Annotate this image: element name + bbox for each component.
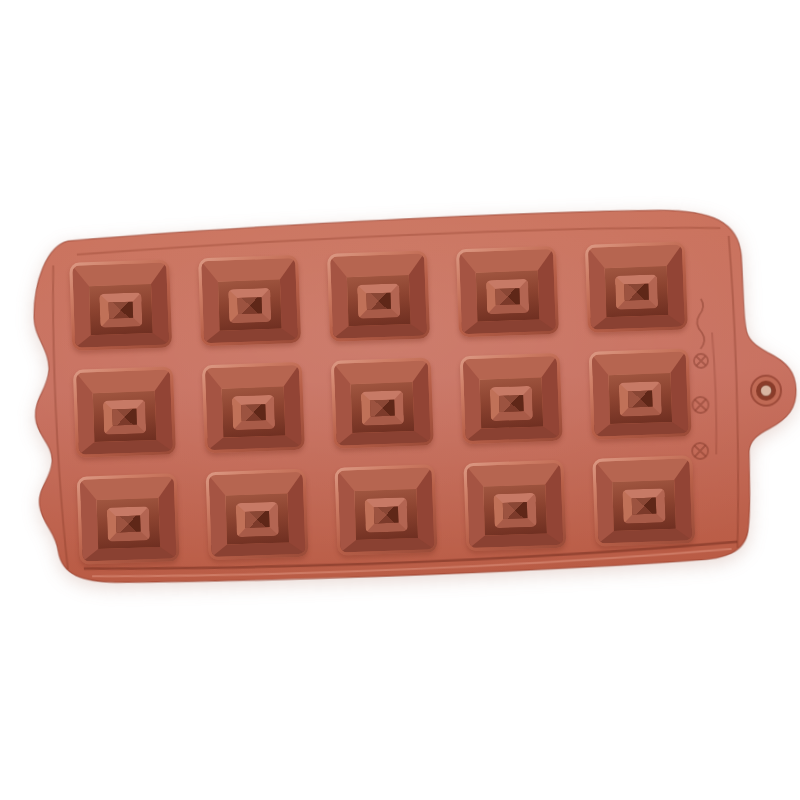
cavity-floor	[608, 373, 672, 424]
cavity-pyramid-stud	[628, 390, 653, 407]
cavity-ring	[232, 394, 275, 429]
cavity-walls	[459, 249, 556, 334]
cavity-ring	[357, 283, 400, 318]
cavity-walls	[595, 458, 692, 543]
eyelet-hole	[751, 375, 782, 406]
cavity-r3-c3	[334, 464, 437, 555]
cavity-floor	[347, 275, 411, 326]
cavity-floor	[89, 284, 153, 335]
cavity-ring	[103, 399, 146, 434]
cavity-walls	[201, 258, 298, 343]
cavity-r3-c2	[206, 469, 309, 560]
cavity-ring	[228, 287, 271, 322]
cavity-walls	[588, 244, 685, 329]
cavity-pyramid-stud	[499, 395, 524, 412]
cavity-pyramid-stud	[632, 497, 657, 514]
cavity-floor	[480, 377, 544, 428]
cavity-r1-c2	[198, 255, 301, 346]
cavity-floor	[476, 271, 540, 322]
cavity-floor	[225, 493, 289, 544]
cavity-walls	[72, 262, 169, 347]
cavity-pyramid-stud	[495, 288, 520, 305]
chocolate-mold	[20, 200, 800, 591]
cavity-walls	[80, 476, 177, 561]
cavity-pyramid-stud	[112, 408, 137, 425]
cavity-ring	[490, 385, 533, 420]
cavity-floor	[351, 382, 415, 433]
cavity-ring	[486, 278, 529, 313]
cavity-floor	[483, 484, 547, 535]
cavity-pyramid-stud	[370, 399, 395, 416]
cavity-walls	[463, 356, 560, 441]
cavity-ring	[361, 390, 404, 425]
cavity-pyramid-stud	[366, 292, 391, 309]
cavity-pyramid-stud	[624, 283, 649, 300]
cavity-r1-c1	[69, 259, 172, 350]
cavity-r2-c2	[202, 362, 305, 453]
cavity-walls	[592, 351, 689, 436]
cavity-pyramid-stud	[245, 511, 270, 528]
cavity-r2-c3	[331, 357, 434, 448]
cavity-r1-c4	[456, 246, 559, 337]
cavity-r3-c4	[463, 460, 566, 551]
cavity-pyramid-stud	[241, 404, 266, 421]
cavity-walls	[76, 369, 173, 454]
cavity-walls	[334, 360, 431, 445]
cavity-floor	[93, 391, 157, 442]
cavity-pyramid-stud	[237, 297, 262, 314]
cavity-floor	[605, 266, 669, 317]
cavity-floor	[612, 480, 676, 531]
cavity-r2-c5	[589, 348, 692, 439]
cavity-ring	[99, 292, 142, 327]
cavity-walls	[338, 467, 435, 552]
cavity-floor	[222, 386, 286, 437]
cavity-ring	[493, 492, 536, 527]
cavity-pyramid-stud	[503, 502, 528, 519]
cavity-r2-c4	[460, 353, 563, 444]
cavity-floor	[354, 489, 418, 540]
cavity-pyramid-stud	[116, 515, 141, 532]
cavity-walls	[330, 253, 427, 338]
cavity-r1-c3	[327, 250, 430, 341]
cavity-ring	[365, 497, 408, 532]
cavity-ring	[619, 381, 662, 416]
cavity-pyramid-stud	[374, 506, 399, 523]
cavity-walls	[467, 463, 564, 548]
cavity-walls	[209, 472, 306, 557]
cavity-ring	[622, 488, 665, 523]
cavity-floor	[96, 498, 160, 549]
product-photo	[0, 0, 800, 800]
cavity-r3-c5	[592, 455, 695, 546]
cavity-walls	[205, 365, 302, 450]
cavity-floor	[218, 280, 282, 331]
cavity-r2-c1	[73, 366, 176, 457]
cavity-ring	[236, 501, 279, 536]
cavity-r1-c5	[585, 241, 688, 332]
cavity-ring	[615, 274, 658, 309]
cavity-grid	[69, 241, 695, 564]
cavity-ring	[107, 506, 150, 541]
cavity-pyramid-stud	[109, 301, 134, 318]
cavity-r3-c1	[77, 473, 180, 564]
